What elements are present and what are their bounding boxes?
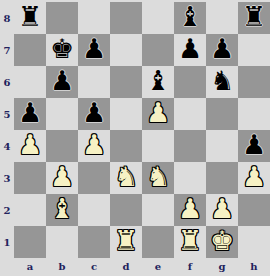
square-e2[interactable] (142, 194, 174, 226)
square-d4[interactable] (110, 130, 142, 162)
square-b8[interactable] (46, 2, 78, 34)
square-g7[interactable]: ♟ (206, 34, 238, 66)
square-h1[interactable] (238, 226, 270, 258)
file-label-f: f (174, 257, 206, 276)
square-d5[interactable] (110, 98, 142, 130)
rank-label-2: 2 (0, 194, 14, 226)
square-a6[interactable] (14, 66, 46, 98)
piece-black-rook-h8[interactable]: ♜ (242, 2, 266, 33)
square-h6[interactable] (238, 66, 270, 98)
square-g4[interactable] (206, 130, 238, 162)
file-label-g: g (206, 257, 238, 276)
square-d2[interactable] (110, 194, 142, 226)
piece-black-pawn-f7[interactable]: ♟ (178, 34, 202, 65)
square-b6[interactable]: ♟ (46, 66, 78, 98)
square-b1[interactable] (46, 226, 78, 258)
rank-label-8: 8 (0, 2, 14, 34)
rank-label-7: 7 (0, 34, 14, 66)
square-b2[interactable]: ♝ (46, 194, 78, 226)
square-g6[interactable]: ♞ (206, 66, 238, 98)
piece-white-pawn-f2[interactable]: ♟ (178, 194, 202, 225)
square-a7[interactable] (14, 34, 46, 66)
square-c3[interactable] (78, 162, 110, 194)
square-g1[interactable]: ♚ (206, 226, 238, 258)
square-e6[interactable]: ♝ (142, 66, 174, 98)
rank-labels: 87654321 (0, 2, 14, 258)
piece-black-bishop-f8[interactable]: ♝ (178, 2, 202, 33)
piece-white-rook-d1[interactable]: ♜ (114, 226, 138, 257)
square-e8[interactable] (142, 2, 174, 34)
square-a8[interactable]: ♜ (14, 2, 46, 34)
square-d6[interactable] (110, 66, 142, 98)
square-f7[interactable]: ♟ (174, 34, 206, 66)
square-g2[interactable]: ♟ (206, 194, 238, 226)
rank-label-1: 1 (0, 226, 14, 258)
square-f1[interactable]: ♜ (174, 226, 206, 258)
square-d1[interactable]: ♜ (110, 226, 142, 258)
piece-white-pawn-b3[interactable]: ♟ (50, 162, 74, 193)
square-b3[interactable]: ♟ (46, 162, 78, 194)
piece-white-bishop-b2[interactable]: ♝ (50, 194, 74, 225)
piece-white-pawn-h3[interactable]: ♟ (242, 162, 266, 193)
piece-white-pawn-e5[interactable]: ♟ (146, 98, 170, 129)
square-c1[interactable] (78, 226, 110, 258)
piece-black-rook-a8[interactable]: ♜ (18, 2, 42, 33)
square-b4[interactable] (46, 130, 78, 162)
piece-black-pawn-h4[interactable]: ♟ (242, 130, 266, 161)
file-label-c: c (78, 257, 110, 276)
square-b7[interactable]: ♚ (46, 34, 78, 66)
square-a5[interactable]: ♟ (14, 98, 46, 130)
square-g5[interactable] (206, 98, 238, 130)
rank-label-5: 5 (0, 98, 14, 130)
square-h2[interactable] (238, 194, 270, 226)
square-f8[interactable]: ♝ (174, 2, 206, 34)
square-a1[interactable] (14, 226, 46, 258)
square-e7[interactable] (142, 34, 174, 66)
square-d8[interactable] (110, 2, 142, 34)
square-e4[interactable] (142, 130, 174, 162)
square-f2[interactable]: ♟ (174, 194, 206, 226)
rank-label-3: 3 (0, 162, 14, 194)
file-label-b: b (46, 257, 78, 276)
square-c4[interactable]: ♟ (78, 130, 110, 162)
square-h5[interactable] (238, 98, 270, 130)
square-c7[interactable]: ♟ (78, 34, 110, 66)
square-h8[interactable]: ♜ (238, 2, 270, 34)
square-f6[interactable] (174, 66, 206, 98)
square-c2[interactable] (78, 194, 110, 226)
piece-white-rook-f1[interactable]: ♜ (178, 226, 202, 257)
piece-black-bishop-e6[interactable]: ♝ (146, 66, 170, 97)
piece-black-knight-g6[interactable]: ♞ (210, 66, 234, 97)
piece-black-king-b7[interactable]: ♚ (50, 34, 74, 65)
file-label-a: a (14, 257, 46, 276)
square-g8[interactable] (206, 2, 238, 34)
square-b5[interactable] (46, 98, 78, 130)
square-c8[interactable] (78, 2, 110, 34)
piece-black-pawn-g7[interactable]: ♟ (210, 34, 234, 65)
square-a2[interactable] (14, 194, 46, 226)
piece-white-knight-e3[interactable]: ♞ (146, 162, 170, 193)
piece-black-pawn-a5[interactable]: ♟ (18, 98, 42, 129)
square-c6[interactable] (78, 66, 110, 98)
piece-black-pawn-b6[interactable]: ♟ (50, 66, 74, 97)
chess-board: ♜♝♜♚♟♟♟♟♝♞♟♟♟♟♟♟♟♞♞♟♝♟♟♜♜♚ (14, 2, 270, 258)
square-a4[interactable]: ♟ (14, 130, 46, 162)
square-e3[interactable]: ♞ (142, 162, 174, 194)
square-h4[interactable]: ♟ (238, 130, 270, 162)
square-d3[interactable]: ♞ (110, 162, 142, 194)
chess-diagram: 87654321 ♜♝♜♚♟♟♟♟♝♞♟♟♟♟♟♟♟♞♞♟♝♟♟♜♜♚ abcd… (0, 0, 270, 276)
square-e1[interactable] (142, 226, 174, 258)
square-f3[interactable] (174, 162, 206, 194)
rank-label-4: 4 (0, 130, 14, 162)
file-label-d: d (110, 257, 142, 276)
square-f4[interactable] (174, 130, 206, 162)
file-label-h: h (238, 257, 270, 276)
square-h3[interactable]: ♟ (238, 162, 270, 194)
rank-label-6: 6 (0, 66, 14, 98)
piece-white-king-g1[interactable]: ♚ (210, 226, 234, 257)
file-labels: abcdefgh (14, 257, 270, 276)
piece-white-pawn-g2[interactable]: ♟ (210, 194, 234, 225)
piece-black-pawn-c7[interactable]: ♟ (82, 34, 106, 65)
piece-white-knight-d3[interactable]: ♞ (114, 162, 138, 193)
square-e5[interactable]: ♟ (142, 98, 174, 130)
file-label-e: e (142, 257, 174, 276)
square-a3[interactable] (14, 162, 46, 194)
square-h7[interactable] (238, 34, 270, 66)
square-f5[interactable] (174, 98, 206, 130)
square-d7[interactable] (110, 34, 142, 66)
piece-white-pawn-a4[interactable]: ♟ (18, 130, 42, 161)
piece-white-pawn-c4[interactable]: ♟ (82, 130, 106, 161)
piece-black-pawn-c5[interactable]: ♟ (82, 98, 106, 129)
square-g3[interactable] (206, 162, 238, 194)
square-c5[interactable]: ♟ (78, 98, 110, 130)
